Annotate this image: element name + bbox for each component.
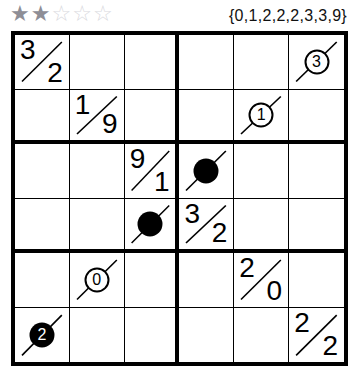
cell-r5c4[interactable] (179, 253, 234, 308)
split-digit-bottom: 1 (154, 168, 170, 196)
split-digit-bottom: 2 (47, 59, 63, 87)
cell-r5c5[interactable]: 20 (234, 253, 289, 308)
split-digit-bottom: 2 (212, 219, 228, 247)
split-digit-top: 2 (294, 309, 310, 337)
difficulty-rating: ★★☆☆☆ (10, 0, 114, 28)
cell-r4c2[interactable] (70, 199, 125, 254)
cell-r4c3[interactable] (125, 199, 180, 254)
cell-r2c3[interactable] (125, 90, 180, 145)
cell-r3c2[interactable] (70, 144, 125, 199)
split-digit-bottom: 9 (102, 110, 118, 138)
white-circle-clue: 1 (249, 102, 274, 127)
star-filled-icon: ★★ (10, 1, 51, 26)
cell-r4c1[interactable] (15, 199, 70, 254)
cell-r3c1[interactable] (15, 144, 70, 199)
cell-r6c2[interactable] (70, 308, 125, 363)
cell-r3c4[interactable] (179, 144, 234, 199)
split-digit-top: 2 (239, 254, 255, 282)
black-dot-clue (194, 158, 219, 183)
black-dot-clue: 2 (29, 322, 54, 347)
black-dot-clue (138, 211, 163, 236)
puzzle-page: ★★☆☆☆ {0,1,2,2,2,3,3,9} 3231919132020222 (0, 0, 363, 387)
split-digit-bottom: 0 (267, 277, 283, 305)
cell-r5c2[interactable]: 0 (70, 253, 125, 308)
cell-r5c6[interactable] (289, 253, 344, 308)
cell-r3c5[interactable] (234, 144, 289, 199)
cell-r4c6[interactable] (289, 199, 344, 254)
cell-r2c4[interactable] (179, 90, 234, 145)
star-empty-icon: ☆☆☆ (51, 1, 113, 26)
cell-r1c3[interactable] (125, 35, 180, 90)
puzzle-grid: 3231919132020222 (11, 31, 348, 366)
cell-r6c4[interactable] (179, 308, 234, 363)
cell-r2c2[interactable]: 19 (70, 90, 125, 145)
split-digit-top: 3 (184, 200, 200, 228)
cell-r1c4[interactable] (179, 35, 234, 90)
split-digit-top: 1 (75, 91, 91, 119)
split-digit-top: 9 (130, 145, 146, 173)
white-circle-clue: 0 (84, 267, 109, 292)
cell-r2c1[interactable] (15, 90, 70, 145)
cell-r3c6[interactable] (289, 144, 344, 199)
cell-r1c5[interactable] (234, 35, 289, 90)
cell-r2c5[interactable]: 1 (234, 90, 289, 145)
digit-set-label: {0,1,2,2,2,3,3,9} (229, 7, 347, 25)
cell-r2c6[interactable] (289, 90, 344, 145)
cell-r5c3[interactable] (125, 253, 180, 308)
white-circle-clue: 3 (304, 49, 329, 74)
cell-r6c1[interactable]: 2 (15, 308, 70, 363)
split-digit-bottom: 2 (322, 332, 338, 360)
cell-r1c2[interactable] (70, 35, 125, 90)
cell-r1c1[interactable]: 32 (15, 35, 70, 90)
cell-r5c1[interactable] (15, 253, 70, 308)
split-digit-top: 3 (20, 36, 36, 64)
cell-r6c3[interactable] (125, 308, 180, 363)
cell-r6c6[interactable]: 22 (289, 308, 344, 363)
cell-r4c4[interactable]: 32 (179, 199, 234, 254)
cell-r6c5[interactable] (234, 308, 289, 363)
cell-r3c3[interactable]: 91 (125, 144, 180, 199)
cell-r1c6[interactable]: 3 (289, 35, 344, 90)
cell-r4c5[interactable] (234, 199, 289, 254)
